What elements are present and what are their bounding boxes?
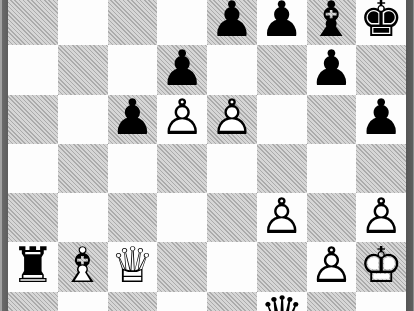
white-pawn-icon: ♙ [160,93,204,142]
board-frame-left [0,0,8,311]
piece-black-pawn: ♟ [257,0,307,45]
piece-black-pawn: ♟ [207,0,257,45]
square-h3[interactable]: ♟♙ [356,193,406,242]
square-d3[interactable] [157,193,207,242]
piece-white-pawn: ♟♙ [157,95,207,144]
square-g1[interactable] [307,292,357,311]
square-e2[interactable] [207,242,257,291]
square-e6[interactable] [207,45,257,94]
board-frame-right [406,0,414,311]
square-c1[interactable] [108,292,158,311]
square-b1[interactable] [58,292,108,311]
piece-black-pawn: ♟ [157,45,207,94]
piece-black-pawn: ♟ [307,45,357,94]
square-g4[interactable] [307,144,357,193]
square-f2[interactable] [257,242,307,291]
square-b5[interactable] [58,95,108,144]
white-pawn-icon: ♙ [260,191,304,240]
white-queen-icon: ♕ [110,241,154,290]
piece-black-pawn: ♟ [108,95,158,144]
square-f5[interactable] [257,95,307,144]
piece-white-pawn: ♟♙ [356,193,406,242]
square-e5[interactable]: ♟♙ [207,95,257,144]
square-g2[interactable]: ♟♙ [307,242,357,291]
square-c4[interactable] [108,144,158,193]
square-c3[interactable] [108,193,158,242]
square-b6[interactable] [58,45,108,94]
square-f7[interactable]: ♟ [257,0,307,45]
square-b3[interactable] [58,193,108,242]
white-pawn-icon: ♙ [210,93,254,142]
square-f6[interactable] [257,45,307,94]
chess-board-screenshot: ♟♟♝♚♟♟♟♟♙♟♙♟♟♙♟♙♜♝♗♛♕♟♙♚♔♛ [0,0,414,311]
chess-board: ♟♟♝♚♟♟♟♟♙♟♙♟♟♙♟♙♜♝♗♛♕♟♙♚♔♛ [8,0,406,311]
square-b2[interactable]: ♝♗ [58,242,108,291]
square-f3[interactable]: ♟♙ [257,193,307,242]
square-h7[interactable]: ♚ [356,0,406,45]
square-a7[interactable] [8,0,58,45]
black-pawn-icon: ♟ [210,0,254,43]
square-d1[interactable] [157,292,207,311]
square-h2[interactable]: ♚♔ [356,242,406,291]
square-d6[interactable]: ♟ [157,45,207,94]
black-bishop-icon: ♝ [309,0,353,43]
square-h5[interactable]: ♟ [356,95,406,144]
square-g3[interactable] [307,193,357,242]
piece-white-queen: ♛♕ [108,242,158,291]
square-c7[interactable] [108,0,158,45]
square-h6[interactable] [356,45,406,94]
square-a1[interactable] [8,292,58,311]
piece-white-bishop: ♝♗ [58,242,108,291]
square-d2[interactable] [157,242,207,291]
piece-black-queen: ♛ [257,292,307,311]
piece-white-pawn: ♟♙ [207,95,257,144]
piece-black-king: ♚ [356,0,406,45]
square-d5[interactable]: ♟♙ [157,95,207,144]
square-c2[interactable]: ♛♕ [108,242,158,291]
black-pawn-icon: ♟ [359,93,403,142]
square-f1[interactable]: ♛ [257,292,307,311]
square-a2[interactable]: ♜ [8,242,58,291]
white-king-icon: ♔ [359,241,403,290]
square-a3[interactable] [8,193,58,242]
square-d4[interactable] [157,144,207,193]
square-e1[interactable] [207,292,257,311]
black-king-icon: ♚ [359,0,403,43]
white-pawn-icon: ♙ [309,241,353,290]
square-b4[interactable] [58,144,108,193]
black-pawn-icon: ♟ [160,43,204,92]
square-h1[interactable] [356,292,406,311]
white-pawn-icon: ♙ [359,191,403,240]
square-a5[interactable] [8,95,58,144]
piece-white-king: ♚♔ [356,242,406,291]
piece-white-pawn: ♟♙ [307,242,357,291]
square-e7[interactable]: ♟ [207,0,257,45]
square-h4[interactable] [356,144,406,193]
square-g5[interactable] [307,95,357,144]
square-b7[interactable] [58,0,108,45]
black-pawn-icon: ♟ [260,0,304,43]
square-g6[interactable]: ♟ [307,45,357,94]
square-e3[interactable] [207,193,257,242]
square-f4[interactable] [257,144,307,193]
square-c5[interactable]: ♟ [108,95,158,144]
white-bishop-icon: ♗ [61,241,105,290]
piece-white-pawn: ♟♙ [257,193,307,242]
square-c6[interactable] [108,45,158,94]
black-pawn-icon: ♟ [110,93,154,142]
square-a4[interactable] [8,144,58,193]
square-e4[interactable] [207,144,257,193]
black-queen-icon: ♛ [260,290,304,311]
square-a6[interactable] [8,45,58,94]
black-pawn-icon: ♟ [309,43,353,92]
piece-black-rook: ♜ [8,242,58,291]
piece-black-pawn: ♟ [356,95,406,144]
black-rook-icon: ♜ [11,241,55,290]
